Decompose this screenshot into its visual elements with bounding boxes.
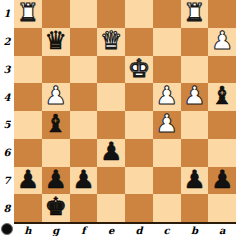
square-d4[interactable] xyxy=(125,83,153,111)
square-b1[interactable]: ♜ xyxy=(181,0,209,28)
black-to-move-indicator xyxy=(1,223,13,235)
square-h2[interactable] xyxy=(14,28,42,56)
square-c6[interactable] xyxy=(153,139,181,167)
square-f5[interactable] xyxy=(70,111,98,139)
square-d6[interactable] xyxy=(125,139,153,167)
square-c7[interactable] xyxy=(153,167,181,195)
square-b7[interactable]: ♟ xyxy=(181,167,209,195)
square-g7[interactable]: ♟ xyxy=(42,167,70,195)
board: ♜♜♛♛♟♚♟♟♟♝♝♟♟♟♟♟♟♟♚ xyxy=(14,0,236,224)
white-pawn-piece: ♟ xyxy=(155,111,177,138)
square-g5[interactable]: ♝ xyxy=(42,111,70,139)
white-pawn-piece: ♟ xyxy=(183,83,205,110)
square-a6[interactable] xyxy=(208,139,236,167)
file-label-g: g xyxy=(42,224,70,236)
square-b5[interactable] xyxy=(181,111,209,139)
square-a5[interactable] xyxy=(208,111,236,139)
white-rook-piece: ♜ xyxy=(17,0,39,27)
square-a2[interactable]: ♟ xyxy=(208,28,236,56)
square-c3[interactable] xyxy=(153,56,181,84)
black-pawn-piece: ♟ xyxy=(72,167,94,194)
black-bishop-piece: ♝ xyxy=(44,111,66,138)
rank-label-6: 6 xyxy=(0,139,14,167)
square-h4[interactable] xyxy=(14,83,42,111)
square-g8[interactable]: ♚ xyxy=(42,194,70,222)
black-pawn-piece: ♟ xyxy=(100,139,122,166)
file-label-a: a xyxy=(208,224,236,236)
white-rook-piece: ♜ xyxy=(183,0,205,27)
square-d8[interactable] xyxy=(125,194,153,222)
rank-label-1: 1 xyxy=(0,0,14,28)
square-e4[interactable] xyxy=(97,83,125,111)
square-g4[interactable]: ♟ xyxy=(42,83,70,111)
square-b2[interactable] xyxy=(181,28,209,56)
square-b4[interactable]: ♟ xyxy=(181,83,209,111)
square-f2[interactable] xyxy=(70,28,98,56)
square-h8[interactable] xyxy=(14,194,42,222)
file-labels: hgfedcba xyxy=(14,224,236,236)
white-pawn-piece: ♟ xyxy=(44,83,66,110)
square-h3[interactable] xyxy=(14,56,42,84)
rank-label-4: 4 xyxy=(0,83,14,111)
square-e6[interactable]: ♟ xyxy=(97,139,125,167)
rank-label-7: 7 xyxy=(0,167,14,195)
square-g2[interactable]: ♛ xyxy=(42,28,70,56)
black-bishop-piece: ♝ xyxy=(211,83,233,110)
square-f8[interactable] xyxy=(70,194,98,222)
white-queen-piece: ♛ xyxy=(100,28,122,55)
white-pawn-piece: ♟ xyxy=(155,83,177,110)
black-pawn-piece: ♟ xyxy=(17,167,39,194)
square-e3[interactable] xyxy=(97,56,125,84)
square-c5[interactable]: ♟ xyxy=(153,111,181,139)
file-label-h: h xyxy=(14,224,42,236)
square-a3[interactable] xyxy=(208,56,236,84)
square-d5[interactable] xyxy=(125,111,153,139)
black-queen-piece: ♛ xyxy=(44,28,66,55)
square-c8[interactable] xyxy=(153,194,181,222)
square-h1[interactable]: ♜ xyxy=(14,0,42,28)
square-b6[interactable] xyxy=(181,139,209,167)
square-a1[interactable] xyxy=(208,0,236,28)
square-d7[interactable] xyxy=(125,167,153,195)
square-b3[interactable] xyxy=(181,56,209,84)
black-pawn-piece: ♟ xyxy=(44,167,66,194)
square-d1[interactable] xyxy=(125,0,153,28)
white-king-piece: ♚ xyxy=(128,56,150,83)
square-f7[interactable]: ♟ xyxy=(70,167,98,195)
square-e2[interactable]: ♛ xyxy=(97,28,125,56)
square-g6[interactable] xyxy=(42,139,70,167)
square-a4[interactable]: ♝ xyxy=(208,83,236,111)
square-d3[interactable]: ♚ xyxy=(125,56,153,84)
square-f3[interactable] xyxy=(70,56,98,84)
rank-label-3: 3 xyxy=(0,56,14,84)
square-e5[interactable] xyxy=(97,111,125,139)
square-d2[interactable] xyxy=(125,28,153,56)
square-c2[interactable] xyxy=(153,28,181,56)
square-c1[interactable] xyxy=(153,0,181,28)
square-f1[interactable] xyxy=(70,0,98,28)
square-f6[interactable] xyxy=(70,139,98,167)
rank-label-5: 5 xyxy=(0,111,14,139)
square-a7[interactable]: ♟ xyxy=(208,167,236,195)
square-e8[interactable] xyxy=(97,194,125,222)
file-label-f: f xyxy=(70,224,98,236)
square-c4[interactable]: ♟ xyxy=(153,83,181,111)
square-a8[interactable] xyxy=(208,194,236,222)
white-pawn-piece: ♟ xyxy=(211,28,233,55)
square-b8[interactable] xyxy=(181,194,209,222)
black-pawn-piece: ♟ xyxy=(211,167,233,194)
file-label-c: c xyxy=(153,224,181,236)
square-e1[interactable] xyxy=(97,0,125,28)
rank-label-8: 8 xyxy=(0,194,14,222)
square-h6[interactable] xyxy=(14,139,42,167)
chess-diagram: 12345678 ♜♜♛♛♟♚♟♟♟♝♝♟♟♟♟♟♟♟♚ hgfedcba xyxy=(0,0,236,236)
file-label-b: b xyxy=(181,224,209,236)
square-g1[interactable] xyxy=(42,0,70,28)
black-king-piece: ♚ xyxy=(44,194,66,221)
rank-label-2: 2 xyxy=(0,28,14,56)
square-g3[interactable] xyxy=(42,56,70,84)
rank-labels: 12345678 xyxy=(0,0,14,222)
square-f4[interactable] xyxy=(70,83,98,111)
file-label-e: e xyxy=(97,224,125,236)
file-label-d: d xyxy=(125,224,153,236)
square-h7[interactable]: ♟ xyxy=(14,167,42,195)
black-pawn-piece: ♟ xyxy=(183,167,205,194)
square-h5[interactable] xyxy=(14,111,42,139)
square-e7[interactable] xyxy=(97,167,125,195)
